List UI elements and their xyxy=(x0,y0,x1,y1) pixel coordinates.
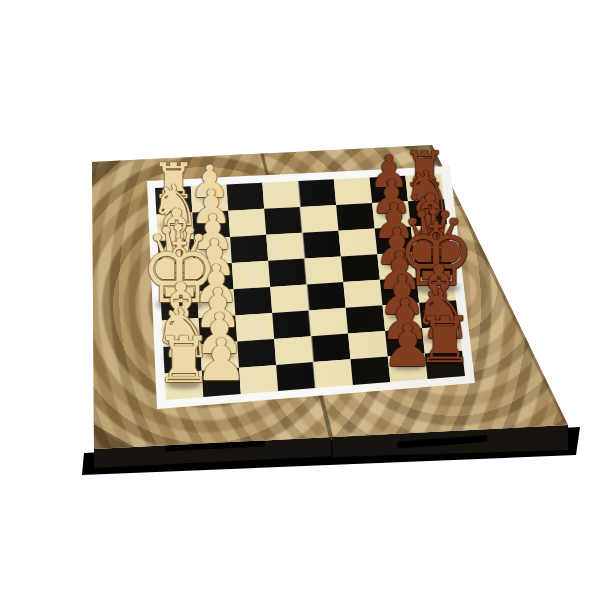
piece-shadow xyxy=(164,353,202,362)
black-pawn[interactable]: ♟ xyxy=(374,221,419,272)
square-g5[interactable] xyxy=(0,0,600,600)
piece-shadow xyxy=(412,282,460,293)
fold-seam-line xyxy=(0,0,600,600)
chess-pieces: ♜♟♟♜♞♟♟♞♝♟♟♝♛♟♟♛♚♟♟♚♝♟♟♝♞♟♟♞♜♟♟♜ xyxy=(0,0,600,600)
black-pawn[interactable]: ♟ xyxy=(380,293,431,349)
piece-shadow xyxy=(203,325,233,332)
square-b2[interactable] xyxy=(0,0,600,600)
square-f3[interactable] xyxy=(0,0,600,600)
square-g4[interactable] xyxy=(0,0,600,600)
piece-shadow xyxy=(197,195,222,201)
white-knight[interactable]: ♞ xyxy=(150,177,201,234)
square-g1[interactable] xyxy=(0,0,600,600)
square-e3[interactable] xyxy=(0,0,600,600)
piece-shadow xyxy=(198,221,224,227)
square-f6[interactable] xyxy=(0,0,600,600)
square-g7[interactable] xyxy=(0,0,600,600)
piece-shadow xyxy=(205,378,237,386)
piece-shadow xyxy=(160,196,187,202)
white-pawn[interactable]: ♟ xyxy=(191,208,235,257)
frame-corner-shadow xyxy=(0,0,600,600)
square-g8[interactable] xyxy=(0,0,600,600)
square-b3[interactable] xyxy=(0,0,600,600)
square-h2[interactable] xyxy=(0,0,600,600)
black-queen[interactable]: ♛ xyxy=(401,200,466,273)
white-border-shape xyxy=(0,0,600,600)
base-groove-right xyxy=(0,0,600,600)
piece-shadow xyxy=(385,287,414,294)
white-pawn[interactable]: ♟ xyxy=(193,282,242,336)
black-knight[interactable]: ♞ xyxy=(402,163,453,220)
square-a3[interactable] xyxy=(0,0,600,600)
piece-shadow xyxy=(163,327,199,336)
checkerboard-white-border xyxy=(0,0,600,600)
piece-shadow xyxy=(379,211,405,217)
black-rook[interactable]: ♜ xyxy=(416,309,473,373)
square-f2[interactable] xyxy=(0,0,600,600)
white-bishop[interactable]: ♝ xyxy=(151,274,210,340)
square-b7[interactable] xyxy=(0,0,600,600)
board-fold-seam xyxy=(0,0,600,600)
white-rook[interactable]: ♜ xyxy=(155,329,212,393)
piece-shadow xyxy=(381,236,408,242)
square-d1[interactable] xyxy=(0,0,600,600)
square-c4[interactable] xyxy=(0,0,600,600)
piece-shadow xyxy=(199,247,226,253)
piece-shadow xyxy=(158,274,198,283)
piece-shadow xyxy=(412,208,443,215)
white-queen[interactable]: ♛ xyxy=(146,216,211,289)
square-e7[interactable] xyxy=(0,0,600,600)
white-king[interactable]: ♚ xyxy=(140,229,218,316)
square-e6[interactable] xyxy=(0,0,600,600)
square-g3[interactable] xyxy=(0,0,600,600)
black-bishop[interactable]: ♝ xyxy=(404,186,457,245)
square-h3[interactable] xyxy=(0,0,600,600)
black-pawn[interactable]: ♟ xyxy=(372,198,416,247)
base-groove-left xyxy=(0,0,600,600)
square-b6[interactable] xyxy=(0,0,600,600)
white-knight[interactable]: ♞ xyxy=(152,298,214,367)
square-f7[interactable] xyxy=(0,0,600,600)
white-pawn[interactable]: ♟ xyxy=(190,184,232,231)
piece-shadow xyxy=(423,334,461,343)
square-b8[interactable] xyxy=(0,0,600,600)
frame-corner-shadow xyxy=(0,0,600,600)
square-f8[interactable] xyxy=(0,0,600,600)
board-wood-frame xyxy=(0,0,600,600)
piece-shadow xyxy=(421,309,457,318)
square-d4[interactable] xyxy=(0,0,600,600)
square-c8[interactable] xyxy=(0,0,600,600)
piece-shadow xyxy=(383,262,411,269)
square-c2[interactable] xyxy=(0,0,600,600)
base-right-half xyxy=(0,0,600,600)
square-e1[interactable] xyxy=(0,0,600,600)
square-c3[interactable] xyxy=(0,0,600,600)
square-c7[interactable] xyxy=(0,0,600,600)
black-pawn[interactable]: ♟ xyxy=(371,174,413,221)
chess-board xyxy=(0,0,600,600)
square-d8[interactable] xyxy=(0,0,600,600)
piece-shadow xyxy=(376,185,401,191)
square-e2[interactable] xyxy=(0,0,600,600)
square-g6[interactable] xyxy=(0,0,600,600)
square-d5[interactable] xyxy=(0,0,600,600)
piece-shadow xyxy=(159,222,190,229)
square-c1[interactable] xyxy=(0,0,600,600)
checker-seam-line xyxy=(0,0,600,600)
square-h5[interactable] xyxy=(0,0,600,600)
square-e4[interactable] xyxy=(0,0,600,600)
square-d3[interactable] xyxy=(0,0,600,600)
black-pawn[interactable]: ♟ xyxy=(378,269,427,323)
black-rook[interactable]: ♜ xyxy=(403,145,447,194)
black-pawn[interactable]: ♟ xyxy=(376,245,423,297)
square-b4[interactable] xyxy=(0,0,600,600)
piece-shadow xyxy=(387,312,417,319)
square-a1[interactable] xyxy=(0,0,600,600)
white-rook[interactable]: ♜ xyxy=(152,158,196,207)
white-bishop[interactable]: ♝ xyxy=(150,201,203,260)
white-pawn[interactable]: ♟ xyxy=(193,257,240,309)
square-h6[interactable] xyxy=(0,0,600,600)
piece-shadow xyxy=(413,258,453,267)
piece-shadow xyxy=(427,360,462,368)
square-h1[interactable] xyxy=(0,0,600,600)
black-pawn[interactable]: ♟ xyxy=(369,150,409,195)
frame-corner-shadows xyxy=(0,0,600,600)
square-a4[interactable] xyxy=(0,0,600,600)
square-a8[interactable] xyxy=(0,0,600,600)
square-h8[interactable] xyxy=(0,0,600,600)
piece-shadow xyxy=(160,248,193,256)
square-h4[interactable] xyxy=(0,0,600,600)
square-h7[interactable] xyxy=(0,0,600,600)
frame-top-surface xyxy=(0,0,600,600)
white-pawn[interactable]: ♟ xyxy=(195,331,247,389)
square-b5[interactable] xyxy=(0,0,600,600)
square-e5[interactable] xyxy=(0,0,600,600)
board-drop-shadow xyxy=(0,0,600,600)
white-pawn[interactable]: ♟ xyxy=(192,233,237,284)
square-d6[interactable] xyxy=(0,0,600,600)
piece-shadow xyxy=(414,233,447,241)
chess-set-photo: ♜♟♟♜♞♟♟♞♝♟♟♝♛♟♟♛♚♟♟♚♝♟♟♝♞♟♟♞♜♟♟♜ xyxy=(0,0,600,600)
square-f1[interactable] xyxy=(0,0,600,600)
white-pawn[interactable]: ♟ xyxy=(189,159,229,204)
square-a2[interactable] xyxy=(0,0,600,600)
square-f4[interactable] xyxy=(0,0,600,600)
board-drop-shadow-shape xyxy=(0,0,600,600)
square-c5[interactable] xyxy=(0,0,600,600)
square-a5[interactable] xyxy=(0,0,600,600)
square-d2[interactable] xyxy=(0,0,600,600)
black-knight[interactable]: ♞ xyxy=(411,279,473,348)
piece-shadow xyxy=(392,363,424,371)
square-e8[interactable] xyxy=(0,0,600,600)
piece-shadow xyxy=(204,351,235,358)
square-a6[interactable] xyxy=(0,0,600,600)
black-pawn[interactable]: ♟ xyxy=(381,316,433,374)
piece-shadow xyxy=(389,338,420,345)
board-gloss-sheen xyxy=(0,0,600,600)
piece-shadow xyxy=(166,380,201,388)
black-bishop[interactable]: ♝ xyxy=(409,256,468,322)
piece-shadow xyxy=(201,273,229,280)
square-g2[interactable] xyxy=(0,0,600,600)
square-c6[interactable] xyxy=(0,0,600,600)
board-black-base xyxy=(0,0,600,600)
piece-shadow xyxy=(202,299,231,306)
square-d7[interactable] xyxy=(0,0,600,600)
square-f5[interactable] xyxy=(0,0,600,600)
square-b1[interactable] xyxy=(0,0,600,600)
base-left-half xyxy=(0,0,600,600)
piece-shadow xyxy=(155,299,203,310)
frame-corner-shadow xyxy=(0,0,600,600)
piece-shadow xyxy=(411,183,438,189)
white-pawn[interactable]: ♟ xyxy=(194,306,245,362)
frame-right-edge-line xyxy=(0,0,600,600)
gloss-sheen-shape xyxy=(0,0,600,600)
black-king[interactable]: ♚ xyxy=(397,212,475,299)
square-a7[interactable] xyxy=(0,0,600,600)
